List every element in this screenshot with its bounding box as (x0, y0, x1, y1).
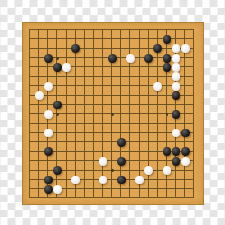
black-stone[interactable] (44, 185, 53, 194)
black-stone[interactable] (181, 147, 190, 156)
white-stone[interactable] (172, 82, 181, 91)
white-stone[interactable] (172, 63, 181, 72)
black-stone[interactable] (163, 63, 172, 72)
star-point (166, 113, 169, 116)
black-stone[interactable] (172, 110, 181, 119)
black-stone[interactable] (53, 101, 62, 110)
white-stone[interactable] (172, 54, 181, 63)
white-stone[interactable] (181, 157, 190, 166)
white-stone[interactable] (172, 72, 181, 81)
black-stone[interactable] (144, 54, 153, 63)
white-stone[interactable] (62, 63, 71, 72)
black-stone[interactable] (117, 176, 126, 185)
black-stone[interactable] (44, 147, 53, 156)
star-point (56, 113, 59, 116)
white-stone[interactable] (35, 91, 44, 100)
star-point (56, 57, 59, 60)
black-stone[interactable] (153, 44, 162, 53)
white-stone[interactable] (181, 44, 190, 53)
star-point (111, 113, 114, 116)
white-stone[interactable] (99, 157, 108, 166)
black-stone[interactable] (117, 157, 126, 166)
black-stone[interactable] (117, 138, 126, 147)
black-stone[interactable] (181, 129, 190, 138)
white-stone[interactable] (153, 82, 162, 91)
white-stone[interactable] (71, 176, 80, 185)
white-stone[interactable] (53, 185, 62, 194)
black-stone[interactable] (108, 54, 117, 63)
black-stone[interactable] (172, 147, 181, 156)
white-stone[interactable] (99, 176, 108, 185)
black-stone[interactable] (172, 91, 181, 100)
white-stone[interactable] (172, 129, 181, 138)
white-stone[interactable] (163, 166, 172, 175)
black-stone[interactable] (163, 54, 172, 63)
transparency-checker-background (0, 0, 225, 225)
star-point (111, 169, 114, 172)
white-stone[interactable] (44, 129, 53, 138)
black-stone[interactable] (53, 63, 62, 72)
black-stone[interactable] (71, 44, 80, 53)
black-stone[interactable] (163, 35, 172, 44)
white-stone[interactable] (126, 54, 135, 63)
white-stone[interactable] (44, 82, 53, 91)
white-stone[interactable] (144, 166, 153, 175)
white-stone[interactable] (44, 110, 53, 119)
black-stone[interactable] (163, 147, 172, 156)
board-grid[interactable] (29, 29, 194, 199)
white-stone[interactable] (172, 44, 181, 53)
go-board (23, 23, 203, 204)
white-stone[interactable] (135, 176, 144, 185)
black-stone[interactable] (172, 157, 181, 166)
black-stone[interactable] (44, 54, 53, 63)
black-stone[interactable] (44, 176, 53, 185)
black-stone[interactable] (53, 166, 62, 175)
